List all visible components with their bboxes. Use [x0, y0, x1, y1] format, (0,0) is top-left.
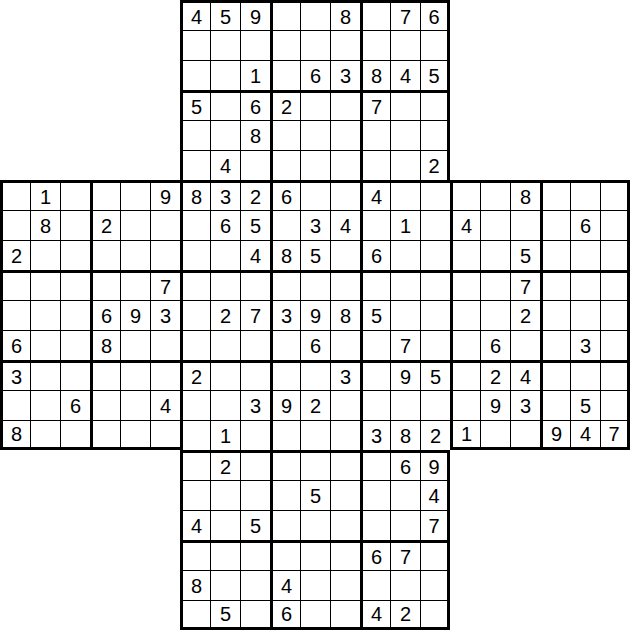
empty-cell-r13c12[interactable]	[360, 390, 390, 420]
outside-area	[90, 60, 120, 90]
given-cell-r11c10[interactable]: 6	[300, 330, 330, 360]
empty-cell-r20c14[interactable]	[420, 600, 450, 630]
given-cell-r11c0[interactable]: 6	[0, 330, 30, 360]
empty-cell-r9c15[interactable]	[450, 270, 480, 300]
given-cell-r7c10[interactable]: 3	[300, 210, 330, 240]
given-cell-r14c7[interactable]: 1	[210, 420, 240, 450]
given-cell-r13c10[interactable]: 2	[300, 390, 330, 420]
given-cell-r15c13[interactable]: 6	[390, 450, 420, 480]
empty-cell-r11c9[interactable]	[270, 330, 300, 360]
empty-cell-r17c13[interactable]	[390, 510, 420, 540]
empty-cell-r11c11[interactable]	[330, 330, 360, 360]
given-cell-r12c16[interactable]: 2	[480, 360, 510, 390]
empty-cell-r11c18[interactable]	[540, 330, 570, 360]
empty-cell-r15c6[interactable]	[180, 450, 210, 480]
given-cell-r6c6[interactable]: 8	[180, 180, 210, 210]
empty-cell-r11c12[interactable]	[360, 330, 390, 360]
empty-cell-r9c20[interactable]	[600, 270, 630, 300]
empty-cell-r6c11[interactable]	[330, 180, 360, 210]
empty-cell-r0c10[interactable]	[300, 0, 330, 30]
given-cell-r13c9[interactable]: 9	[270, 390, 300, 420]
empty-cell-r14c9[interactable]	[270, 420, 300, 450]
given-cell-r11c3[interactable]: 8	[90, 330, 120, 360]
given-cell-r11c19[interactable]: 3	[570, 330, 600, 360]
empty-cell-r12c19[interactable]	[570, 360, 600, 390]
empty-cell-r12c12[interactable]	[360, 360, 390, 390]
empty-cell-r5c6[interactable]	[180, 150, 210, 180]
empty-cell-r6c13[interactable]	[390, 180, 420, 210]
empty-cell-r7c0[interactable]	[0, 210, 30, 240]
given-cell-r14c0[interactable]: 8	[0, 420, 30, 450]
empty-cell-r0c9[interactable]	[270, 0, 300, 30]
empty-cell-r11c17[interactable]	[510, 330, 540, 360]
empty-cell-r14c8[interactable]	[240, 420, 270, 450]
given-cell-r13c17[interactable]: 3	[510, 390, 540, 420]
empty-cell-r9c12[interactable]	[360, 270, 390, 300]
given-cell-r13c2[interactable]: 6	[60, 390, 90, 420]
empty-cell-r18c8[interactable]	[240, 540, 270, 570]
empty-cell-r20c11[interactable]	[330, 600, 360, 630]
given-cell-r14c13[interactable]: 8	[390, 420, 420, 450]
given-cell-r6c12[interactable]: 4	[360, 180, 390, 210]
empty-cell-r10c18[interactable]	[540, 300, 570, 330]
given-cell-r0c6[interactable]: 4	[180, 0, 210, 30]
empty-cell-r18c14[interactable]	[420, 540, 450, 570]
given-cell-r7c3[interactable]: 2	[90, 210, 120, 240]
given-cell-r10c8[interactable]: 7	[240, 300, 270, 330]
given-cell-r7c11[interactable]: 4	[330, 210, 360, 240]
empty-cell-r14c3[interactable]	[90, 420, 120, 450]
empty-cell-r12c15[interactable]	[450, 360, 480, 390]
empty-cell-r6c10[interactable]	[300, 180, 330, 210]
given-cell-r7c15[interactable]: 4	[450, 210, 480, 240]
empty-cell-r1c6[interactable]	[180, 30, 210, 60]
empty-cell-r7c14[interactable]	[420, 210, 450, 240]
given-cell-r2c14[interactable]: 5	[420, 60, 450, 90]
empty-cell-r14c4[interactable]	[120, 420, 150, 450]
given-cell-r10c3[interactable]: 6	[90, 300, 120, 330]
empty-cell-r14c5[interactable]	[150, 420, 180, 450]
given-cell-r10c10[interactable]: 9	[300, 300, 330, 330]
given-cell-r8c9[interactable]: 8	[270, 240, 300, 270]
empty-cell-r17c12[interactable]	[360, 510, 390, 540]
empty-cell-r9c11[interactable]	[330, 270, 360, 300]
empty-cell-r15c11[interactable]	[330, 450, 360, 480]
given-cell-r8c12[interactable]: 6	[360, 240, 390, 270]
empty-cell-r11c8[interactable]	[240, 330, 270, 360]
empty-cell-r11c4[interactable]	[120, 330, 150, 360]
outside-area	[0, 30, 30, 60]
empty-cell-r9c16[interactable]	[480, 270, 510, 300]
empty-cell-r12c1[interactable]	[30, 360, 60, 390]
empty-cell-r5c13[interactable]	[390, 150, 420, 180]
given-cell-r14c12[interactable]: 3	[360, 420, 390, 450]
given-cell-r0c8[interactable]: 9	[240, 0, 270, 30]
empty-cell-r16c7[interactable]	[210, 480, 240, 510]
given-cell-r6c17[interactable]: 8	[510, 180, 540, 210]
given-cell-r12c11[interactable]: 3	[330, 360, 360, 390]
empty-cell-r11c1[interactable]	[30, 330, 60, 360]
given-cell-r10c9[interactable]: 3	[270, 300, 300, 330]
given-cell-r9c5[interactable]: 7	[150, 270, 180, 300]
empty-cell-r3c13[interactable]	[390, 90, 420, 120]
empty-cell-r8c2[interactable]	[60, 240, 90, 270]
empty-cell-r7c4[interactable]	[120, 210, 150, 240]
given-cell-r20c9[interactable]: 6	[270, 600, 300, 630]
empty-cell-r8c20[interactable]	[600, 240, 630, 270]
empty-cell-r3c10[interactable]	[300, 90, 330, 120]
empty-cell-r12c2[interactable]	[60, 360, 90, 390]
given-cell-r2c10[interactable]: 6	[300, 60, 330, 90]
empty-cell-r10c2[interactable]	[60, 300, 90, 330]
empty-cell-r8c18[interactable]	[540, 240, 570, 270]
empty-cell-r10c19[interactable]	[570, 300, 600, 330]
given-cell-r8c0[interactable]: 2	[0, 240, 30, 270]
given-cell-r6c9[interactable]: 6	[270, 180, 300, 210]
given-cell-r10c12[interactable]: 5	[360, 300, 390, 330]
empty-cell-r13c15[interactable]	[450, 390, 480, 420]
empty-cell-r16c9[interactable]	[270, 480, 300, 510]
empty-cell-r14c6[interactable]	[180, 420, 210, 450]
empty-cell-r1c8[interactable]	[240, 30, 270, 60]
empty-cell-r12c20[interactable]	[600, 360, 630, 390]
empty-cell-r9c6[interactable]	[180, 270, 210, 300]
empty-cell-r7c5[interactable]	[150, 210, 180, 240]
empty-cell-r9c9[interactable]	[270, 270, 300, 300]
empty-cell-r16c13[interactable]	[390, 480, 420, 510]
empty-cell-r8c6[interactable]	[180, 240, 210, 270]
given-cell-r8c8[interactable]: 4	[240, 240, 270, 270]
empty-cell-r9c14[interactable]	[420, 270, 450, 300]
given-cell-r12c6[interactable]: 2	[180, 360, 210, 390]
empty-cell-r19c8[interactable]	[240, 570, 270, 600]
empty-cell-r2c6[interactable]	[180, 60, 210, 90]
given-cell-r13c5[interactable]: 4	[150, 390, 180, 420]
empty-cell-r9c8[interactable]	[240, 270, 270, 300]
empty-cell-r4c14[interactable]	[420, 120, 450, 150]
empty-cell-r19c11[interactable]	[330, 570, 360, 600]
empty-cell-r7c17[interactable]	[510, 210, 540, 240]
given-cell-r12c13[interactable]: 9	[390, 360, 420, 390]
empty-cell-r6c2[interactable]	[60, 180, 90, 210]
empty-cell-r16c12[interactable]	[360, 480, 390, 510]
given-cell-r18c12[interactable]: 6	[360, 540, 390, 570]
given-cell-r14c18[interactable]: 9	[540, 420, 570, 450]
empty-cell-r11c20[interactable]	[600, 330, 630, 360]
given-cell-r0c11[interactable]: 8	[330, 0, 360, 30]
empty-cell-r18c11[interactable]	[330, 540, 360, 570]
empty-cell-r1c12[interactable]	[360, 30, 390, 60]
given-cell-r13c19[interactable]: 5	[570, 390, 600, 420]
empty-cell-r13c13[interactable]	[390, 390, 420, 420]
given-cell-r17c8[interactable]: 5	[240, 510, 270, 540]
given-cell-r6c1[interactable]: 1	[30, 180, 60, 210]
empty-cell-r7c2[interactable]	[60, 210, 90, 240]
empty-cell-r4c7[interactable]	[210, 120, 240, 150]
given-cell-r11c13[interactable]: 7	[390, 330, 420, 360]
empty-cell-r9c3[interactable]	[90, 270, 120, 300]
empty-cell-r9c13[interactable]	[390, 270, 420, 300]
given-cell-r2c8[interactable]: 1	[240, 60, 270, 90]
empty-cell-r12c10[interactable]	[300, 360, 330, 390]
empty-cell-r16c11[interactable]	[330, 480, 360, 510]
empty-cell-r13c14[interactable]	[420, 390, 450, 420]
empty-cell-r18c6[interactable]	[180, 540, 210, 570]
empty-cell-r7c20[interactable]	[600, 210, 630, 240]
given-cell-r20c12[interactable]: 4	[360, 600, 390, 630]
empty-cell-r1c13[interactable]	[390, 30, 420, 60]
empty-cell-r5c9[interactable]	[270, 150, 300, 180]
empty-cell-r12c18[interactable]	[540, 360, 570, 390]
given-cell-r15c7[interactable]: 2	[210, 450, 240, 480]
empty-cell-r4c10[interactable]	[300, 120, 330, 150]
empty-cell-r8c3[interactable]	[90, 240, 120, 270]
empty-cell-r18c10[interactable]	[300, 540, 330, 570]
empty-cell-r7c16[interactable]	[480, 210, 510, 240]
empty-cell-r19c12[interactable]	[360, 570, 390, 600]
empty-cell-r6c15[interactable]	[450, 180, 480, 210]
given-cell-r6c5[interactable]: 9	[150, 180, 180, 210]
empty-cell-r11c7[interactable]	[210, 330, 240, 360]
empty-cell-r12c7[interactable]	[210, 360, 240, 390]
empty-cell-r8c7[interactable]	[210, 240, 240, 270]
empty-cell-r17c11[interactable]	[330, 510, 360, 540]
given-cell-r6c7[interactable]: 3	[210, 180, 240, 210]
empty-cell-r9c10[interactable]	[300, 270, 330, 300]
empty-cell-r4c13[interactable]	[390, 120, 420, 150]
given-cell-r10c4[interactable]: 9	[120, 300, 150, 330]
empty-cell-r9c19[interactable]	[570, 270, 600, 300]
empty-cell-r10c14[interactable]	[420, 300, 450, 330]
empty-cell-r6c4[interactable]	[120, 180, 150, 210]
given-cell-r20c13[interactable]: 2	[390, 600, 420, 630]
empty-cell-r11c6[interactable]	[180, 330, 210, 360]
given-cell-r2c13[interactable]: 4	[390, 60, 420, 90]
empty-cell-r17c7[interactable]	[210, 510, 240, 540]
given-cell-r16c14[interactable]: 4	[420, 480, 450, 510]
given-cell-r9c17[interactable]: 7	[510, 270, 540, 300]
empty-cell-r5c11[interactable]	[330, 150, 360, 180]
empty-cell-r6c20[interactable]	[600, 180, 630, 210]
given-cell-r3c8[interactable]: 6	[240, 90, 270, 120]
given-cell-r17c14[interactable]: 7	[420, 510, 450, 540]
empty-cell-r2c9[interactable]	[270, 60, 300, 90]
empty-cell-r10c1[interactable]	[30, 300, 60, 330]
given-cell-r10c11[interactable]: 8	[330, 300, 360, 330]
empty-cell-r6c19[interactable]	[570, 180, 600, 210]
empty-cell-r11c15[interactable]	[450, 330, 480, 360]
empty-cell-r13c6[interactable]	[180, 390, 210, 420]
empty-cell-r17c10[interactable]	[300, 510, 330, 540]
given-cell-r14c14[interactable]: 2	[420, 420, 450, 450]
empty-cell-r14c1[interactable]	[30, 420, 60, 450]
empty-cell-r14c17[interactable]	[510, 420, 540, 450]
given-cell-r13c8[interactable]: 3	[240, 390, 270, 420]
empty-cell-r3c11[interactable]	[330, 90, 360, 120]
empty-cell-r9c1[interactable]	[30, 270, 60, 300]
given-cell-r12c0[interactable]: 3	[0, 360, 30, 390]
given-cell-r14c20[interactable]: 7	[600, 420, 630, 450]
empty-cell-r4c11[interactable]	[330, 120, 360, 150]
empty-cell-r13c3[interactable]	[90, 390, 120, 420]
empty-cell-r13c11[interactable]	[330, 390, 360, 420]
empty-cell-r9c4[interactable]	[120, 270, 150, 300]
empty-cell-r19c10[interactable]	[300, 570, 330, 600]
empty-cell-r9c18[interactable]	[540, 270, 570, 300]
given-cell-r7c13[interactable]: 1	[390, 210, 420, 240]
empty-cell-r9c7[interactable]	[210, 270, 240, 300]
empty-cell-r1c11[interactable]	[330, 30, 360, 60]
given-cell-r19c6[interactable]: 8	[180, 570, 210, 600]
given-cell-r10c7[interactable]: 2	[210, 300, 240, 330]
given-cell-r3c6[interactable]: 5	[180, 90, 210, 120]
empty-cell-r19c13[interactable]	[390, 570, 420, 600]
empty-cell-r13c18[interactable]	[540, 390, 570, 420]
empty-cell-r20c10[interactable]	[300, 600, 330, 630]
empty-cell-r12c5[interactable]	[150, 360, 180, 390]
empty-cell-r18c9[interactable]	[270, 540, 300, 570]
given-cell-r17c6[interactable]: 4	[180, 510, 210, 540]
empty-cell-r7c12[interactable]	[360, 210, 390, 240]
given-cell-r20c7[interactable]: 5	[210, 600, 240, 630]
empty-cell-r8c15[interactable]	[450, 240, 480, 270]
empty-cell-r4c9[interactable]	[270, 120, 300, 150]
given-cell-r7c19[interactable]: 6	[570, 210, 600, 240]
empty-cell-r9c0[interactable]	[0, 270, 30, 300]
empty-cell-r12c8[interactable]	[240, 360, 270, 390]
empty-cell-r6c18[interactable]	[540, 180, 570, 210]
empty-cell-r20c8[interactable]	[240, 600, 270, 630]
empty-cell-r10c15[interactable]	[450, 300, 480, 330]
empty-cell-r1c9[interactable]	[270, 30, 300, 60]
empty-cell-r1c7[interactable]	[210, 30, 240, 60]
given-cell-r8c17[interactable]: 5	[510, 240, 540, 270]
empty-cell-r7c6[interactable]	[180, 210, 210, 240]
given-cell-r19c9[interactable]: 4	[270, 570, 300, 600]
empty-cell-r16c6[interactable]	[180, 480, 210, 510]
outside-area	[150, 60, 180, 90]
given-cell-r4c8[interactable]: 8	[240, 120, 270, 150]
empty-cell-r14c16[interactable]	[480, 420, 510, 450]
given-cell-r10c5[interactable]: 3	[150, 300, 180, 330]
empty-cell-r8c5[interactable]	[150, 240, 180, 270]
empty-cell-r10c13[interactable]	[390, 300, 420, 330]
given-cell-r3c9[interactable]: 2	[270, 90, 300, 120]
empty-cell-r11c14[interactable]	[420, 330, 450, 360]
given-cell-r14c15[interactable]: 1	[450, 420, 480, 450]
empty-cell-r4c12[interactable]	[360, 120, 390, 150]
empty-cell-r14c11[interactable]	[330, 420, 360, 450]
empty-cell-r7c18[interactable]	[540, 210, 570, 240]
given-cell-r12c14[interactable]: 5	[420, 360, 450, 390]
empty-cell-r3c7[interactable]	[210, 90, 240, 120]
given-cell-r3c12[interactable]: 7	[360, 90, 390, 120]
empty-cell-r16c8[interactable]	[240, 480, 270, 510]
empty-cell-r5c12[interactable]	[360, 150, 390, 180]
given-cell-r0c14[interactable]: 6	[420, 0, 450, 30]
given-cell-r15c14[interactable]: 9	[420, 450, 450, 480]
empty-cell-r10c0[interactable]	[0, 300, 30, 330]
empty-cell-r4c6[interactable]	[180, 120, 210, 150]
empty-cell-r15c9[interactable]	[270, 450, 300, 480]
given-cell-r5c7[interactable]: 4	[210, 150, 240, 180]
given-cell-r5c14[interactable]: 2	[420, 150, 450, 180]
given-cell-r0c7[interactable]: 5	[210, 0, 240, 30]
empty-cell-r7c9[interactable]	[270, 210, 300, 240]
empty-cell-r12c4[interactable]	[120, 360, 150, 390]
given-cell-r2c12[interactable]: 8	[360, 60, 390, 90]
empty-cell-r8c4[interactable]	[120, 240, 150, 270]
empty-cell-r15c12[interactable]	[360, 450, 390, 480]
given-cell-r0c13[interactable]: 7	[390, 0, 420, 30]
empty-cell-r10c6[interactable]	[180, 300, 210, 330]
given-cell-r13c16[interactable]: 9	[480, 390, 510, 420]
given-cell-r16c10[interactable]: 5	[300, 480, 330, 510]
empty-cell-r11c5[interactable]	[150, 330, 180, 360]
empty-cell-r14c10[interactable]	[300, 420, 330, 450]
empty-cell-r13c0[interactable]	[0, 390, 30, 420]
empty-cell-r17c9[interactable]	[270, 510, 300, 540]
empty-cell-r5c10[interactable]	[300, 150, 330, 180]
empty-cell-r8c13[interactable]	[390, 240, 420, 270]
empty-cell-r6c16[interactable]	[480, 180, 510, 210]
given-cell-r7c7[interactable]: 6	[210, 210, 240, 240]
empty-cell-r8c11[interactable]	[330, 240, 360, 270]
empty-cell-r1c14[interactable]	[420, 30, 450, 60]
given-cell-r8c10[interactable]: 5	[300, 240, 330, 270]
empty-cell-r13c4[interactable]	[120, 390, 150, 420]
empty-cell-r19c7[interactable]	[210, 570, 240, 600]
empty-cell-r13c1[interactable]	[30, 390, 60, 420]
empty-cell-r15c10[interactable]	[300, 450, 330, 480]
empty-cell-r8c1[interactable]	[30, 240, 60, 270]
empty-cell-r6c3[interactable]	[90, 180, 120, 210]
given-cell-r11c16[interactable]: 6	[480, 330, 510, 360]
empty-cell-r10c16[interactable]	[480, 300, 510, 330]
given-cell-r7c1[interactable]: 8	[30, 210, 60, 240]
empty-cell-r13c20[interactable]	[600, 390, 630, 420]
empty-cell-r11c2[interactable]	[60, 330, 90, 360]
empty-cell-r3c14[interactable]	[420, 90, 450, 120]
empty-cell-r20c6[interactable]	[180, 600, 210, 630]
empty-cell-r5c8[interactable]	[240, 150, 270, 180]
empty-cell-r6c0[interactable]	[0, 180, 30, 210]
given-cell-r10c17[interactable]: 2	[510, 300, 540, 330]
empty-cell-r8c16[interactable]	[480, 240, 510, 270]
empty-cell-r9c2[interactable]	[60, 270, 90, 300]
empty-cell-r19c14[interactable]	[420, 570, 450, 600]
empty-cell-r6c14[interactable]	[420, 180, 450, 210]
empty-cell-r14c2[interactable]	[60, 420, 90, 450]
empty-cell-r2c7[interactable]	[210, 60, 240, 90]
empty-cell-r8c19[interactable]	[570, 240, 600, 270]
given-cell-r12c17[interactable]: 4	[510, 360, 540, 390]
given-cell-r14c19[interactable]: 4	[570, 420, 600, 450]
given-cell-r7c8[interactable]: 5	[240, 210, 270, 240]
empty-cell-r12c3[interactable]	[90, 360, 120, 390]
empty-cell-r8c14[interactable]	[420, 240, 450, 270]
empty-cell-r13c7[interactable]	[210, 390, 240, 420]
empty-cell-r15c8[interactable]	[240, 450, 270, 480]
empty-cell-r1c10[interactable]	[300, 30, 330, 60]
empty-cell-r18c7[interactable]	[210, 540, 240, 570]
empty-cell-r0c12[interactable]	[360, 0, 390, 30]
given-cell-r2c11[interactable]: 3	[330, 60, 360, 90]
given-cell-r6c8[interactable]: 2	[240, 180, 270, 210]
empty-cell-r12c9[interactable]	[270, 360, 300, 390]
given-cell-r18c13[interactable]: 7	[390, 540, 420, 570]
empty-cell-r10c20[interactable]	[600, 300, 630, 330]
